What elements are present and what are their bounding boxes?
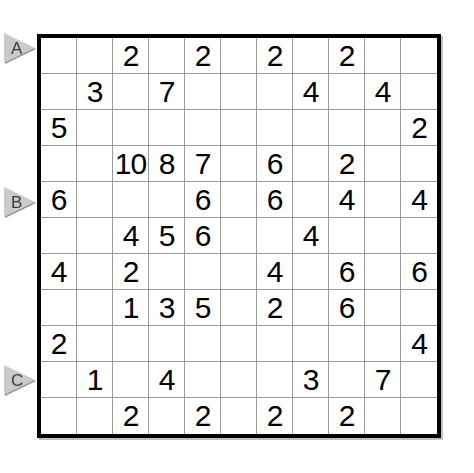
cell-r6c1[interactable] — [41, 218, 77, 254]
cell-r3c10[interactable] — [365, 110, 401, 146]
cell-r3c1: 5 — [41, 110, 77, 146]
cell-r2c11[interactable] — [401, 74, 437, 110]
cell-r7c11: 6 — [401, 254, 437, 290]
cell-r4c7: 6 — [257, 146, 293, 182]
cell-r1c2[interactable] — [77, 38, 113, 74]
clue-number: 6 — [195, 185, 211, 215]
cell-r2c1[interactable] — [41, 74, 77, 110]
cell-r1c10[interactable] — [365, 38, 401, 74]
cell-r8c7: 2 — [257, 290, 293, 326]
cell-r4c5: 7 — [185, 146, 221, 182]
cell-r4c4: 8 — [149, 146, 185, 182]
cell-r3c2[interactable] — [77, 110, 113, 146]
cell-r7c7: 4 — [257, 254, 293, 290]
cell-r10c8: 3 — [293, 362, 329, 398]
cell-r5c1: 6 — [41, 182, 77, 218]
clue-number: 4 — [303, 77, 319, 107]
clue-number: 2 — [339, 401, 355, 431]
cell-r4c11[interactable] — [401, 146, 437, 182]
row-marker-a: A — [4, 33, 35, 63]
cell-r2c7[interactable] — [257, 74, 293, 110]
clue-number: 10 — [115, 149, 146, 179]
clue-number: 2 — [123, 257, 139, 287]
cell-r8c8[interactable] — [293, 290, 329, 326]
cell-r9c8[interactable] — [293, 326, 329, 362]
cell-r11c8[interactable] — [293, 398, 329, 434]
cell-r5c2[interactable] — [77, 182, 113, 218]
cell-r3c8[interactable] — [293, 110, 329, 146]
clue-number: 4 — [411, 185, 427, 215]
clue-number: 6 — [339, 293, 355, 323]
cell-r11c3: 2 — [113, 398, 149, 434]
clue-number: 2 — [267, 401, 283, 431]
row-marker-c: C — [4, 365, 35, 395]
clue-number: 6 — [267, 149, 283, 179]
cell-r9c4[interactable] — [149, 326, 185, 362]
clue-number: 2 — [339, 41, 355, 71]
cell-r2c9[interactable] — [329, 74, 365, 110]
cell-r10c3[interactable] — [113, 362, 149, 398]
cell-r6c6[interactable] — [221, 218, 257, 254]
cell-r5c8[interactable] — [293, 182, 329, 218]
cell-r6c8: 4 — [293, 218, 329, 254]
clue-number: 4 — [303, 221, 319, 251]
cell-r3c6[interactable] — [221, 110, 257, 146]
clue-number: 4 — [267, 257, 283, 287]
cell-r9c10[interactable] — [365, 326, 401, 362]
cell-r11c9: 2 — [329, 398, 365, 434]
cell-r7c4[interactable] — [149, 254, 185, 290]
clue-number: 2 — [51, 329, 67, 359]
row-marker-b-triangle: B — [4, 187, 35, 217]
cell-r6c9[interactable] — [329, 218, 365, 254]
cell-r7c3: 2 — [113, 254, 149, 290]
cell-r10c11[interactable] — [401, 362, 437, 398]
cell-r1c3: 2 — [113, 38, 149, 74]
clue-number: 2 — [267, 293, 283, 323]
cell-r7c2[interactable] — [77, 254, 113, 290]
clue-number: 1 — [123, 293, 139, 323]
cell-r8c1[interactable] — [41, 290, 77, 326]
cell-r11c5: 2 — [185, 398, 221, 434]
cell-r3c5[interactable] — [185, 110, 221, 146]
clue-number: 4 — [123, 221, 139, 251]
cell-r5c7: 6 — [257, 182, 293, 218]
row-marker-b-label: B — [11, 194, 22, 211]
cell-r8c3: 1 — [113, 290, 149, 326]
cell-r9c5[interactable] — [185, 326, 221, 362]
cell-r1c9: 2 — [329, 38, 365, 74]
clue-number: 4 — [159, 365, 175, 395]
row-marker-a-triangle: A — [4, 33, 35, 63]
cell-r3c9[interactable] — [329, 110, 365, 146]
cell-r7c8[interactable] — [293, 254, 329, 290]
clue-number: 2 — [411, 113, 427, 143]
cell-r1c6[interactable] — [221, 38, 257, 74]
cell-r2c8: 4 — [293, 74, 329, 110]
puzzle-page: A B C 2222374452108762666444564424661352… — [0, 0, 474, 473]
cell-r11c11[interactable] — [401, 398, 437, 434]
row-marker-a-label: A — [11, 40, 22, 57]
clue-number: 4 — [411, 329, 427, 359]
row-marker-c-label: C — [11, 372, 23, 389]
cell-r3c3[interactable] — [113, 110, 149, 146]
cell-r3c11: 2 — [401, 110, 437, 146]
cell-r11c2[interactable] — [77, 398, 113, 434]
cell-r4c8[interactable] — [293, 146, 329, 182]
cell-r7c10[interactable] — [365, 254, 401, 290]
clue-number: 2 — [339, 149, 355, 179]
row-marker-b: B — [4, 187, 35, 217]
cell-r9c1: 2 — [41, 326, 77, 362]
cell-r8c9: 6 — [329, 290, 365, 326]
cell-r10c9[interactable] — [329, 362, 365, 398]
cell-r9c11: 4 — [401, 326, 437, 362]
cell-r5c10[interactable] — [365, 182, 401, 218]
cell-r6c4: 5 — [149, 218, 185, 254]
cell-r10c4: 4 — [149, 362, 185, 398]
cell-r2c3[interactable] — [113, 74, 149, 110]
cell-r5c4[interactable] — [149, 182, 185, 218]
clue-number: 5 — [51, 113, 67, 143]
cell-r11c1[interactable] — [41, 398, 77, 434]
cell-r4c2[interactable] — [77, 146, 113, 182]
cell-r9c3[interactable] — [113, 326, 149, 362]
cell-r5c6[interactable] — [221, 182, 257, 218]
cell-r8c11[interactable] — [401, 290, 437, 326]
cell-r11c7: 2 — [257, 398, 293, 434]
cell-r5c11: 4 — [401, 182, 437, 218]
clue-number: 3 — [303, 365, 319, 395]
cell-r3c4[interactable] — [149, 110, 185, 146]
cell-r1c11[interactable] — [401, 38, 437, 74]
cell-r9c2[interactable] — [77, 326, 113, 362]
clue-number: 8 — [159, 149, 175, 179]
cell-r5c9: 4 — [329, 182, 365, 218]
cell-r4c9: 2 — [329, 146, 365, 182]
cell-r11c6[interactable] — [221, 398, 257, 434]
clue-number: 2 — [123, 401, 139, 431]
clue-number: 7 — [195, 149, 211, 179]
cell-r7c1: 4 — [41, 254, 77, 290]
cell-r9c9[interactable] — [329, 326, 365, 362]
clue-number: 2 — [195, 41, 211, 71]
clue-number: 1 — [87, 365, 103, 395]
cell-r9c6[interactable] — [221, 326, 257, 362]
cell-r2c2: 3 — [77, 74, 113, 110]
cell-r4c1[interactable] — [41, 146, 77, 182]
cell-r11c4[interactable] — [149, 398, 185, 434]
cell-r4c3: 10 — [113, 146, 149, 182]
clue-number: 2 — [123, 41, 139, 71]
cell-r6c5: 6 — [185, 218, 221, 254]
cell-r1c4[interactable] — [149, 38, 185, 74]
cell-r10c10: 7 — [365, 362, 401, 398]
clue-number: 6 — [267, 185, 283, 215]
cell-r1c8[interactable] — [293, 38, 329, 74]
clue-number: 2 — [195, 401, 211, 431]
cell-r10c1[interactable] — [41, 362, 77, 398]
cell-r2c5[interactable] — [185, 74, 221, 110]
cell-r4c10[interactable] — [365, 146, 401, 182]
clue-number: 6 — [195, 221, 211, 251]
cell-r10c5[interactable] — [185, 362, 221, 398]
cell-r7c6[interactable] — [221, 254, 257, 290]
clue-number: 2 — [267, 41, 283, 71]
cell-r11c10[interactable] — [365, 398, 401, 434]
cell-r1c5: 2 — [185, 38, 221, 74]
clue-number: 7 — [159, 77, 175, 107]
cell-r8c5: 5 — [185, 290, 221, 326]
clue-number: 6 — [51, 185, 67, 215]
cell-r6c2[interactable] — [77, 218, 113, 254]
cell-r8c6[interactable] — [221, 290, 257, 326]
cell-r8c10[interactable] — [365, 290, 401, 326]
puzzle-grid: 2222374452108762666444564424661352624143… — [37, 34, 441, 438]
cell-r5c3[interactable] — [113, 182, 149, 218]
clue-number: 4 — [339, 185, 355, 215]
cell-r8c2[interactable] — [77, 290, 113, 326]
row-marker-c-triangle: C — [4, 365, 35, 395]
cell-r2c4: 7 — [149, 74, 185, 110]
cell-r1c1[interactable] — [41, 38, 77, 74]
clue-number: 5 — [195, 293, 211, 323]
cell-r3c7[interactable] — [257, 110, 293, 146]
cell-r9c7[interactable] — [257, 326, 293, 362]
cell-r6c7[interactable] — [257, 218, 293, 254]
cell-r8c4: 3 — [149, 290, 185, 326]
cell-r6c10[interactable] — [365, 218, 401, 254]
clue-number: 6 — [339, 257, 355, 287]
clue-number: 3 — [87, 77, 103, 107]
clue-number: 3 — [159, 293, 175, 323]
cell-r10c2: 1 — [77, 362, 113, 398]
cell-r7c9: 6 — [329, 254, 365, 290]
cell-r1c7: 2 — [257, 38, 293, 74]
cell-r5c5: 6 — [185, 182, 221, 218]
clue-number: 6 — [411, 257, 427, 287]
clue-number: 5 — [159, 221, 175, 251]
clue-number: 4 — [51, 257, 67, 287]
cell-r6c11[interactable] — [401, 218, 437, 254]
cell-r6c3: 4 — [113, 218, 149, 254]
cell-r2c10: 4 — [365, 74, 401, 110]
cell-r7c5[interactable] — [185, 254, 221, 290]
cell-r4c6[interactable] — [221, 146, 257, 182]
cell-r10c7[interactable] — [257, 362, 293, 398]
clue-number: 7 — [375, 365, 391, 395]
cell-r2c6[interactable] — [221, 74, 257, 110]
clue-number: 4 — [375, 77, 391, 107]
cell-r10c6[interactable] — [221, 362, 257, 398]
